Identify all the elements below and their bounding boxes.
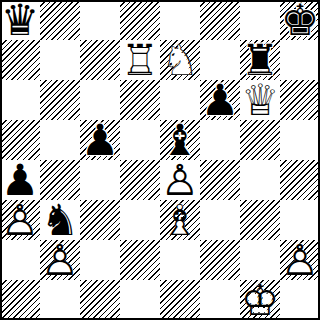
black-pawn-glyph: ♟ (80, 120, 120, 160)
black-bishop-glyph: ♝ (160, 120, 200, 160)
square-c3[interactable] (80, 200, 120, 240)
square-f4[interactable] (200, 160, 240, 200)
black-queen-glyph: ♛ (0, 0, 40, 40)
square-b5[interactable] (40, 120, 80, 160)
square-h2[interactable]: ♟♙ (280, 240, 320, 280)
white-bishop-outline: ♗ (160, 200, 200, 240)
white-knight-outline: ♘ (160, 40, 200, 80)
square-b2[interactable]: ♟♙ (40, 240, 80, 280)
white-pawn-e4[interactable]: ♟♙ (160, 160, 200, 200)
square-a1[interactable] (0, 280, 40, 320)
white-knight-e7[interactable]: ♞♘ (160, 40, 200, 80)
square-c7[interactable] (80, 40, 120, 80)
white-pawn-outline: ♙ (40, 240, 80, 280)
square-g7[interactable]: ♜ (240, 40, 280, 80)
black-rook-glyph: ♜ (240, 40, 280, 80)
square-a2[interactable] (0, 240, 40, 280)
square-c4[interactable] (80, 160, 120, 200)
square-c1[interactable] (80, 280, 120, 320)
black-pawn-c5[interactable]: ♟ (80, 120, 120, 160)
square-e2[interactable] (160, 240, 200, 280)
square-a3[interactable]: ♟♙ (0, 200, 40, 240)
black-pawn-a4[interactable]: ♟ (0, 160, 40, 200)
square-h5[interactable] (280, 120, 320, 160)
square-g4[interactable] (240, 160, 280, 200)
square-a5[interactable] (0, 120, 40, 160)
square-c8[interactable] (80, 0, 120, 40)
square-c6[interactable] (80, 80, 120, 120)
square-b6[interactable] (40, 80, 80, 120)
chess-board: ♛♚♜♖♞♘♜♟♛♕♟♝♟♟♙♟♙♞♝♗♟♙♟♙♚♔ (0, 0, 320, 320)
white-rook-d7[interactable]: ♜♖ (120, 40, 160, 80)
white-pawn-h2[interactable]: ♟♙ (280, 240, 320, 280)
square-h6[interactable] (280, 80, 320, 120)
black-queen-a8[interactable]: ♛ (0, 0, 40, 40)
white-pawn-outline: ♙ (280, 240, 320, 280)
black-knight-b3[interactable]: ♞ (40, 200, 80, 240)
square-f1[interactable] (200, 280, 240, 320)
square-e1[interactable] (160, 280, 200, 320)
square-e8[interactable] (160, 0, 200, 40)
black-pawn-f6[interactable]: ♟ (200, 80, 240, 120)
square-f3[interactable] (200, 200, 240, 240)
white-queen-outline: ♕ (240, 80, 280, 120)
square-f8[interactable] (200, 0, 240, 40)
white-king-g1[interactable]: ♚♔ (240, 280, 280, 320)
square-b3[interactable]: ♞ (40, 200, 80, 240)
black-bishop-e5[interactable]: ♝ (160, 120, 200, 160)
square-h8[interactable]: ♚ (280, 0, 320, 40)
black-king-glyph: ♚ (280, 0, 320, 40)
black-knight-glyph: ♞ (40, 200, 80, 240)
square-f5[interactable] (200, 120, 240, 160)
square-g5[interactable] (240, 120, 280, 160)
square-a6[interactable] (0, 80, 40, 120)
black-rook-g7[interactable]: ♜ (240, 40, 280, 80)
square-e3[interactable]: ♝♗ (160, 200, 200, 240)
square-h1[interactable] (280, 280, 320, 320)
white-pawn-outline: ♙ (0, 200, 40, 240)
square-d8[interactable] (120, 0, 160, 40)
square-f2[interactable] (200, 240, 240, 280)
white-rook-outline: ♖ (120, 40, 160, 80)
square-d3[interactable] (120, 200, 160, 240)
square-f7[interactable] (200, 40, 240, 80)
square-e5[interactable]: ♝ (160, 120, 200, 160)
square-g8[interactable] (240, 0, 280, 40)
square-h4[interactable] (280, 160, 320, 200)
square-g1[interactable]: ♚♔ (240, 280, 280, 320)
black-pawn-glyph: ♟ (200, 80, 240, 120)
square-d1[interactable] (120, 280, 160, 320)
square-b1[interactable] (40, 280, 80, 320)
square-d5[interactable] (120, 120, 160, 160)
square-e6[interactable] (160, 80, 200, 120)
square-e7[interactable]: ♞♘ (160, 40, 200, 80)
white-bishop-e3[interactable]: ♝♗ (160, 200, 200, 240)
square-d6[interactable] (120, 80, 160, 120)
square-f6[interactable]: ♟ (200, 80, 240, 120)
square-c2[interactable] (80, 240, 120, 280)
square-a7[interactable] (0, 40, 40, 80)
white-pawn-b2[interactable]: ♟♙ (40, 240, 80, 280)
square-d2[interactable] (120, 240, 160, 280)
square-b7[interactable] (40, 40, 80, 80)
square-h7[interactable] (280, 40, 320, 80)
square-a4[interactable]: ♟ (0, 160, 40, 200)
square-d7[interactable]: ♜♖ (120, 40, 160, 80)
square-b8[interactable] (40, 0, 80, 40)
square-a8[interactable]: ♛ (0, 0, 40, 40)
square-g2[interactable] (240, 240, 280, 280)
black-king-h8[interactable]: ♚ (280, 0, 320, 40)
square-g3[interactable] (240, 200, 280, 240)
white-queen-g6[interactable]: ♛♕ (240, 80, 280, 120)
chess-diagram: ♛♚♜♖♞♘♜♟♛♕♟♝♟♟♙♟♙♞♝♗♟♙♟♙♚♔ (0, 0, 320, 320)
white-pawn-a3[interactable]: ♟♙ (0, 200, 40, 240)
square-g6[interactable]: ♛♕ (240, 80, 280, 120)
white-king-outline: ♔ (240, 280, 280, 320)
square-e4[interactable]: ♟♙ (160, 160, 200, 200)
square-d4[interactable] (120, 160, 160, 200)
square-b4[interactable] (40, 160, 80, 200)
square-c5[interactable]: ♟ (80, 120, 120, 160)
black-pawn-glyph: ♟ (0, 160, 40, 200)
white-pawn-outline: ♙ (160, 160, 200, 200)
square-h3[interactable] (280, 200, 320, 240)
